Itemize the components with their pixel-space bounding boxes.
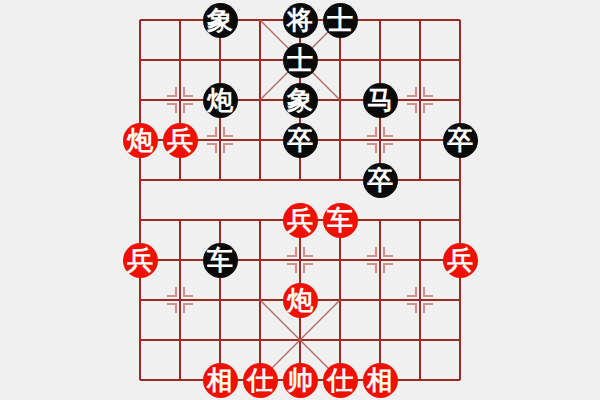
- piece-black-soldier[interactable]: 卒: [443, 123, 478, 158]
- piece-black-elephant[interactable]: 象: [203, 3, 238, 38]
- piece-black-soldier[interactable]: 卒: [363, 163, 398, 198]
- piece-red-advisor[interactable]: 仕: [243, 363, 278, 398]
- piece-red-elephant[interactable]: 相: [203, 363, 238, 398]
- piece-red-elephant[interactable]: 相: [363, 363, 398, 398]
- piece-black-cannon[interactable]: 炮: [203, 83, 238, 118]
- piece-red-cannon[interactable]: 炮: [123, 123, 158, 158]
- board-grid[interactable]: 象将士士炮象马卒卒卒车炮兵兵车兵兵炮相仕帅仕相: [120, 0, 480, 400]
- piece-black-elephant[interactable]: 象: [283, 83, 318, 118]
- piece-black-soldier[interactable]: 卒: [283, 123, 318, 158]
- piece-red-soldier[interactable]: 兵: [123, 243, 158, 278]
- piece-red-general[interactable]: 帅: [283, 363, 318, 398]
- piece-black-horse[interactable]: 马: [363, 83, 398, 118]
- piece-red-advisor[interactable]: 仕: [323, 363, 358, 398]
- piece-black-chariot[interactable]: 车: [203, 243, 238, 278]
- piece-red-chariot[interactable]: 车: [323, 203, 358, 238]
- piece-red-soldier[interactable]: 兵: [443, 243, 478, 278]
- xiangqi-board: 象将士士炮象马卒卒卒车炮兵兵车兵兵炮相仕帅仕相: [0, 0, 600, 400]
- piece-red-cannon[interactable]: 炮: [283, 283, 318, 318]
- piece-black-general[interactable]: 将: [283, 3, 318, 38]
- piece-black-advisor[interactable]: 士: [323, 3, 358, 38]
- piece-red-soldier[interactable]: 兵: [283, 203, 318, 238]
- piece-red-soldier[interactable]: 兵: [163, 123, 198, 158]
- piece-black-advisor[interactable]: 士: [283, 43, 318, 78]
